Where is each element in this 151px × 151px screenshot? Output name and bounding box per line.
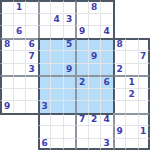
given-digit-r4c11[interactable]: 7 [138,50,151,63]
cell-r3c7[interactable] [88,38,101,51]
cell-r11c1 [13,138,26,151]
cell-r3c6[interactable] [75,38,88,51]
cell-r1c2[interactable] [25,13,38,26]
cell-r1c6[interactable] [75,13,88,26]
cell-r7c7[interactable] [88,88,101,101]
cell-r2c10 [125,25,138,38]
cell-r7c11[interactable] [138,88,151,101]
cell-r7c6[interactable] [75,88,88,101]
sudoku-board: 184369486587973922612937249163 [0,0,150,150]
cell-r6c9[interactable] [113,75,126,88]
cell-r4c9[interactable] [113,50,126,63]
given-digit-r5c9[interactable]: 2 [113,63,126,76]
cell-r2c0[interactable] [0,25,13,38]
cell-r0c11 [138,0,151,13]
cell-r1c11 [138,13,151,26]
cell-r7c4[interactable] [50,88,63,101]
given-digit-r1c5[interactable]: 3 [63,13,76,26]
cell-r9c11[interactable] [138,113,151,126]
given-digit-r3c5[interactable]: 5 [63,38,76,51]
cell-r6c11[interactable] [138,75,151,88]
cell-r10c2 [25,125,38,138]
cell-r4c4[interactable] [50,50,63,63]
cell-r7c0[interactable] [0,88,13,101]
given-digit-r5c5[interactable]: 9 [63,63,76,76]
cell-r2c2[interactable] [25,25,38,38]
cell-r5c3[interactable] [38,63,51,76]
cell-r2c11 [138,25,151,38]
cell-r6c7[interactable] [88,75,101,88]
given-digit-r4c2[interactable]: 7 [25,50,38,63]
given-digit-r1c4[interactable]: 4 [50,13,63,26]
cell-r0c2[interactable] [25,0,38,13]
cell-r2c5[interactable] [63,25,76,38]
cell-r9c10[interactable] [125,113,138,126]
cell-r11c11[interactable] [138,138,151,151]
cell-r0c9 [113,0,126,13]
cell-r9c0 [0,113,13,126]
given-digit-r3c0[interactable]: 8 [0,38,13,51]
given-digit-r2c1[interactable]: 6 [13,25,26,38]
cell-r1c9 [113,13,126,26]
cell-r3c10[interactable] [125,38,138,51]
cell-r2c7[interactable] [88,25,101,38]
cell-r9c2 [25,113,38,126]
cell-r1c8[interactable] [100,13,113,26]
cell-r2c4[interactable] [50,25,63,38]
given-digit-r5c2[interactable]: 3 [25,63,38,76]
cell-r6c4[interactable] [50,75,63,88]
cell-r8c7[interactable] [88,100,101,113]
given-digit-r10c11[interactable]: 1 [138,125,151,138]
cell-r3c8[interactable] [100,38,113,51]
cell-r8c11[interactable] [138,100,151,113]
cell-r11c2 [25,138,38,151]
cell-r4c10[interactable] [125,50,138,63]
cell-r0c0[interactable] [0,0,13,13]
given-digit-r0c7[interactable]: 8 [88,0,101,13]
cell-r9c4[interactable] [50,113,63,126]
cell-r10c0 [0,125,13,138]
cell-r8c4[interactable] [50,100,63,113]
cell-r10c8[interactable] [100,125,113,138]
cell-r9c3[interactable] [38,113,51,126]
cell-r11c9[interactable] [113,138,126,151]
cell-r7c5[interactable] [63,88,76,101]
cell-r8c6[interactable] [75,100,88,113]
cell-r4c1[interactable] [13,50,26,63]
cell-r3c4[interactable] [50,38,63,51]
cell-r4c3[interactable] [38,50,51,63]
given-digit-r2c8[interactable]: 4 [100,25,113,38]
cell-r6c1[interactable] [13,75,26,88]
given-digit-r8c3[interactable]: 3 [38,100,51,113]
cell-r7c3[interactable] [38,88,51,101]
cell-r4c5[interactable] [63,50,76,63]
cell-r5c6[interactable] [75,63,88,76]
cell-r10c10[interactable] [125,125,138,138]
cell-r10c7[interactable] [88,125,101,138]
cell-r10c6[interactable] [75,125,88,138]
given-digit-r11c3[interactable]: 6 [38,138,51,151]
given-digit-r3c9[interactable]: 8 [113,38,126,51]
given-digit-r11c8[interactable]: 3 [100,138,113,151]
cell-r8c10[interactable] [125,100,138,113]
cell-r7c8[interactable] [100,88,113,101]
given-digit-r7c10[interactable]: 2 [125,88,138,101]
cell-r6c0[interactable] [0,75,13,88]
given-digit-r9c7[interactable]: 2 [88,113,101,126]
cell-r9c1 [13,113,26,126]
cell-r8c1[interactable] [13,100,26,113]
given-digit-r10c9[interactable]: 9 [113,125,126,138]
cell-r11c10[interactable] [125,138,138,151]
cell-r6c3[interactable] [38,75,51,88]
cell-r0c6[interactable] [75,0,88,13]
cell-r5c0[interactable] [0,63,13,76]
cell-r11c5[interactable] [63,138,76,151]
cell-r0c10 [125,0,138,13]
cell-r4c6[interactable] [75,50,88,63]
cell-r9c9[interactable] [113,113,126,126]
cell-r2c9 [113,25,126,38]
cell-r7c1[interactable] [13,88,26,101]
cell-r5c11[interactable] [138,63,151,76]
cell-r1c0[interactable] [0,13,13,26]
given-digit-r6c6[interactable]: 2 [75,75,88,88]
cell-r5c8[interactable] [100,63,113,76]
cell-r0c4[interactable] [50,0,63,13]
cell-r0c8[interactable] [100,0,113,13]
given-digit-r3c2[interactable]: 6 [25,38,38,51]
given-digit-r6c10[interactable]: 1 [125,75,138,88]
cell-r7c2[interactable] [25,88,38,101]
cell-r8c2[interactable] [25,100,38,113]
cell-r11c6[interactable] [75,138,88,151]
cell-r1c1[interactable] [13,13,26,26]
cell-r7c9[interactable] [113,88,126,101]
cell-r5c4[interactable] [50,63,63,76]
cell-r10c5[interactable] [63,125,76,138]
given-digit-r8c0[interactable]: 9 [0,100,13,113]
cell-r9c5[interactable] [63,113,76,126]
cell-r10c4[interactable] [50,125,63,138]
cell-r3c1[interactable] [13,38,26,51]
cell-r4c0[interactable] [0,50,13,63]
cell-r2c3[interactable] [38,25,51,38]
cell-r4c8[interactable] [100,50,113,63]
cell-r8c9[interactable] [113,100,126,113]
cell-r3c11[interactable] [138,38,151,51]
cell-r1c7[interactable] [88,13,101,26]
cell-r1c3[interactable] [38,13,51,26]
given-digit-r2c6[interactable]: 9 [75,25,88,38]
cell-r11c4[interactable] [50,138,63,151]
cell-r8c8[interactable] [100,100,113,113]
cell-r1c10 [125,13,138,26]
cell-r0c3[interactable] [38,0,51,13]
cell-r5c1[interactable] [13,63,26,76]
cell-r8c5[interactable] [63,100,76,113]
given-digit-r9c6[interactable]: 7 [75,113,88,126]
cell-r6c2[interactable] [25,75,38,88]
cell-r11c7[interactable] [88,138,101,151]
cell-r6c5[interactable] [63,75,76,88]
cell-r11c0 [0,138,13,151]
given-digit-r6c8[interactable]: 6 [100,75,113,88]
cell-r10c1 [13,125,26,138]
cell-r0c5[interactable] [63,0,76,13]
given-digit-r4c7[interactable]: 9 [88,50,101,63]
given-digit-r9c8[interactable]: 4 [100,113,113,126]
cell-r5c7[interactable] [88,63,101,76]
given-digit-r0c1[interactable]: 1 [13,0,26,13]
cell-r10c3[interactable] [38,125,51,138]
cell-r5c10[interactable] [125,63,138,76]
cell-r3c3[interactable] [38,38,51,51]
